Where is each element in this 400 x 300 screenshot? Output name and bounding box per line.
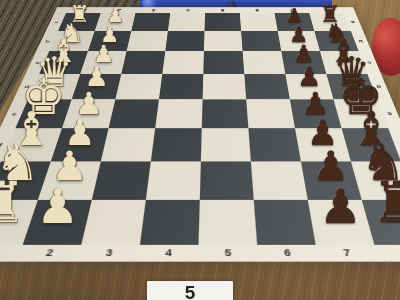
square-d4[interactable] bbox=[159, 74, 203, 99]
square-f5[interactable] bbox=[201, 128, 251, 161]
far-rank-label-3: 3 bbox=[151, 8, 156, 12]
near-rank-label-7: 7 bbox=[342, 247, 351, 258]
near-rank-label-6: 6 bbox=[283, 247, 291, 258]
square-e5[interactable] bbox=[202, 99, 249, 128]
square-d3[interactable] bbox=[115, 74, 162, 99]
left-file-label-a: a bbox=[54, 20, 59, 24]
board-number: 5 bbox=[147, 281, 233, 300]
square-e6[interactable] bbox=[246, 99, 295, 128]
piece-white-pawn-h2[interactable]: ♟ bbox=[36, 183, 78, 230]
far-rank-label-4: 4 bbox=[186, 8, 190, 12]
near-rank-label-2: 2 bbox=[45, 247, 55, 258]
near-rank-label-4: 4 bbox=[165, 247, 173, 258]
square-a6[interactable] bbox=[240, 13, 278, 31]
square-f6[interactable] bbox=[248, 128, 301, 161]
square-f3[interactable] bbox=[101, 128, 155, 161]
square-h4[interactable] bbox=[140, 200, 200, 245]
right-file-label-a: a bbox=[350, 20, 355, 24]
piece-white-rook-h1[interactable]: ♜ bbox=[0, 176, 26, 232]
square-e3[interactable] bbox=[109, 99, 159, 128]
piece-black-pawn-h7[interactable]: ♟ bbox=[319, 183, 361, 230]
square-b3[interactable] bbox=[127, 31, 168, 51]
square-g5[interactable] bbox=[200, 161, 254, 199]
square-h5[interactable] bbox=[199, 200, 258, 245]
square-a4[interactable] bbox=[168, 13, 205, 31]
near-rank-label-5: 5 bbox=[225, 247, 232, 258]
far-rank-label-6: 6 bbox=[255, 8, 259, 12]
board-number-card: 5 bbox=[147, 281, 233, 300]
square-c3[interactable] bbox=[121, 51, 165, 74]
square-c5[interactable] bbox=[203, 51, 244, 74]
near-rank-label-3: 3 bbox=[105, 247, 114, 258]
square-f4[interactable] bbox=[151, 128, 202, 161]
piece-black-rook-h8[interactable]: ♜ bbox=[372, 176, 400, 232]
square-h3[interactable] bbox=[81, 200, 146, 245]
square-h6[interactable] bbox=[254, 200, 316, 245]
square-g4[interactable] bbox=[146, 161, 201, 199]
square-e4[interactable] bbox=[155, 99, 202, 128]
square-c6[interactable] bbox=[243, 51, 286, 74]
square-d6[interactable] bbox=[244, 74, 290, 99]
square-b5[interactable] bbox=[204, 31, 243, 51]
square-a5[interactable] bbox=[204, 13, 241, 31]
square-g6[interactable] bbox=[251, 161, 308, 199]
right-file-label-b: b bbox=[358, 39, 364, 43]
square-b4[interactable] bbox=[165, 31, 204, 51]
square-g3[interactable] bbox=[92, 161, 151, 199]
square-c4[interactable] bbox=[162, 51, 204, 74]
square-d5[interactable] bbox=[203, 74, 247, 99]
square-a3[interactable] bbox=[131, 13, 170, 31]
square-b6[interactable] bbox=[241, 31, 281, 51]
far-rank-label-5: 5 bbox=[220, 8, 224, 12]
